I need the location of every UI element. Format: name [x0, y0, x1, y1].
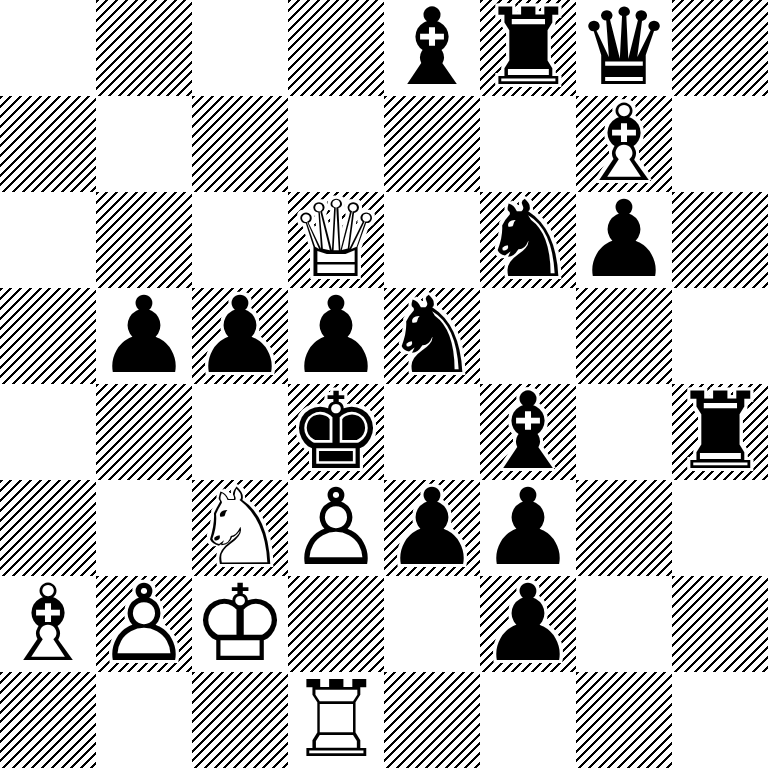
square-a5[interactable] — [0, 288, 96, 384]
white-bishop[interactable]: ♝♗ — [0, 576, 96, 672]
white-pawn[interactable]: ♟♙ — [96, 576, 192, 672]
square-h7[interactable] — [672, 96, 768, 192]
piece-glyph: ♜ — [480, 0, 576, 96]
square-c8[interactable] — [192, 0, 288, 96]
square-c1[interactable] — [192, 672, 288, 768]
piece-glyph: ♟ — [576, 192, 672, 288]
square-h2[interactable] — [672, 576, 768, 672]
square-g4[interactable] — [576, 384, 672, 480]
square-e7[interactable] — [384, 96, 480, 192]
square-b5[interactable]: ♟♟ — [96, 288, 192, 384]
black-pawn[interactable]: ♟♟ — [192, 288, 288, 384]
square-a4[interactable] — [0, 384, 96, 480]
black-knight[interactable]: ♞♞ — [480, 192, 576, 288]
piece-glyph: ♝ — [384, 0, 480, 96]
square-b1[interactable] — [96, 672, 192, 768]
square-e8[interactable]: ♝♝ — [384, 0, 480, 96]
square-a1[interactable] — [0, 672, 96, 768]
piece-glyph: ♞ — [480, 192, 576, 288]
square-e1[interactable] — [384, 672, 480, 768]
black-bishop[interactable]: ♝♝ — [384, 0, 480, 96]
square-e2[interactable] — [384, 576, 480, 672]
black-pawn[interactable]: ♟♟ — [480, 576, 576, 672]
square-g1[interactable] — [576, 672, 672, 768]
square-h1[interactable] — [672, 672, 768, 768]
square-a6[interactable] — [0, 192, 96, 288]
square-h4[interactable]: ♜♜ — [672, 384, 768, 480]
square-e5[interactable]: ♞♞ — [384, 288, 480, 384]
square-h3[interactable] — [672, 480, 768, 576]
piece-glyph: ♜ — [672, 384, 768, 480]
square-a8[interactable] — [0, 0, 96, 96]
square-f2[interactable]: ♟♟ — [480, 576, 576, 672]
square-c7[interactable] — [192, 96, 288, 192]
square-b4[interactable] — [96, 384, 192, 480]
square-c2[interactable]: ♚♔ — [192, 576, 288, 672]
black-pawn[interactable]: ♟♟ — [96, 288, 192, 384]
black-rook[interactable]: ♜♜ — [480, 0, 576, 96]
white-pawn[interactable]: ♟♙ — [288, 480, 384, 576]
piece-glyph: ♙ — [96, 576, 192, 672]
piece-glyph: ♞ — [384, 288, 480, 384]
square-c5[interactable]: ♟♟ — [192, 288, 288, 384]
white-rook[interactable]: ♜♖ — [288, 672, 384, 768]
square-f1[interactable] — [480, 672, 576, 768]
white-king[interactable]: ♚♔ — [192, 576, 288, 672]
square-d8[interactable] — [288, 0, 384, 96]
square-f6[interactable]: ♞♞ — [480, 192, 576, 288]
square-f8[interactable]: ♜♜ — [480, 0, 576, 96]
piece-glyph: ♟ — [96, 288, 192, 384]
piece-glyph: ♖ — [288, 672, 384, 768]
piece-glyph: ♟ — [384, 480, 480, 576]
square-b2[interactable]: ♟♙ — [96, 576, 192, 672]
piece-glyph: ♟ — [480, 576, 576, 672]
square-d1[interactable]: ♜♖ — [288, 672, 384, 768]
square-b8[interactable] — [96, 0, 192, 96]
square-a2[interactable]: ♝♗ — [0, 576, 96, 672]
square-g5[interactable] — [576, 288, 672, 384]
black-knight[interactable]: ♞♞ — [384, 288, 480, 384]
square-g3[interactable] — [576, 480, 672, 576]
piece-glyph: ♔ — [192, 576, 288, 672]
square-h6[interactable] — [672, 192, 768, 288]
black-pawn[interactable]: ♟♟ — [576, 192, 672, 288]
black-rook[interactable]: ♜♜ — [672, 384, 768, 480]
square-h8[interactable] — [672, 0, 768, 96]
piece-glyph: ♟ — [192, 288, 288, 384]
square-d3[interactable]: ♟♙ — [288, 480, 384, 576]
square-a7[interactable] — [0, 96, 96, 192]
square-e3[interactable]: ♟♟ — [384, 480, 480, 576]
chess-board: ♝♝♜♜♛♛♝♗♛♕♞♞♟♟♟♟♟♟♟♟♞♞♚♚♝♝♜♜♞♘♟♙♟♟♟♟♝♗♟♙… — [0, 0, 768, 768]
piece-glyph: ♙ — [288, 480, 384, 576]
square-g6[interactable]: ♟♟ — [576, 192, 672, 288]
piece-glyph: ♗ — [0, 576, 96, 672]
square-b7[interactable] — [96, 96, 192, 192]
square-g2[interactable] — [576, 576, 672, 672]
black-pawn[interactable]: ♟♟ — [384, 480, 480, 576]
